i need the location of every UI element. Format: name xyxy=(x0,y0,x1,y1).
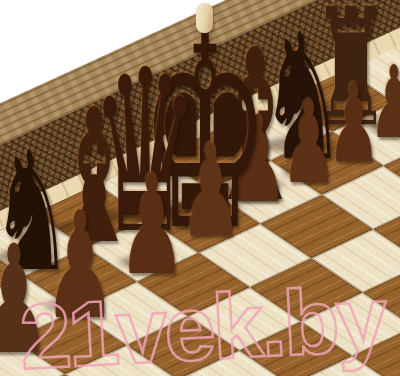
watermark: 21vek.by xyxy=(18,272,387,376)
chess-set-photo: ♟♟♟♟♟♟♟♟♞♝♛♚♝♞♜ 21vek.by xyxy=(0,0,400,376)
king-finial xyxy=(196,3,213,33)
chess-piece-pawn: ♟ xyxy=(180,128,243,255)
chess-piece-pawn: ♟ xyxy=(118,157,186,295)
